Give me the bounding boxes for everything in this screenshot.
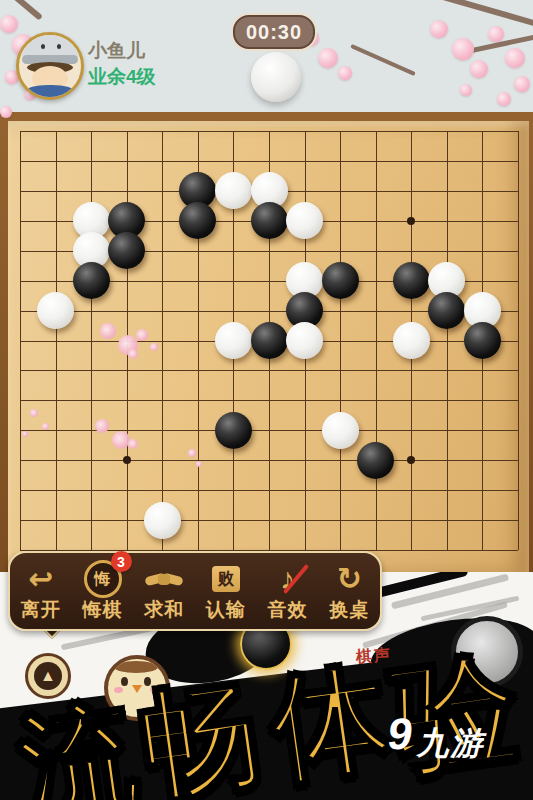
grid-line (340, 131, 341, 550)
blossom-petal-decoration (22, 431, 28, 437)
stone-white (37, 292, 74, 329)
blossom (0, 106, 12, 118)
undo-count-badge: 3 (111, 551, 132, 572)
stone-black (215, 412, 252, 449)
stone-white (144, 502, 181, 539)
blossom (460, 84, 472, 96)
undo-button-label: 悔棋 (83, 599, 123, 621)
sound-toggle-button[interactable]: ♪ 音效 (257, 553, 319, 629)
blossom-petal-decoration (188, 449, 196, 457)
blossom-petal-decoration (128, 349, 138, 359)
stone-white (215, 172, 252, 209)
go-game-screen: 小鱼儿 业余4级 00:30 ↩ 离开 悔 3 悔棋 (0, 0, 533, 800)
star-point (407, 456, 415, 464)
stone-white (393, 322, 430, 359)
blossom (497, 92, 511, 106)
stone-white (215, 322, 252, 359)
blossom (430, 20, 448, 38)
leave-button-label: 离开 (21, 599, 61, 621)
header-bar: 小鱼儿 业余4级 00:30 (0, 0, 533, 118)
star-point (123, 456, 131, 464)
avatar-eye (41, 44, 45, 49)
blossom (470, 60, 488, 78)
logo-text: 九游 (416, 722, 484, 766)
stone-white (322, 412, 359, 449)
grid-line (20, 430, 518, 431)
stone-black (393, 262, 430, 299)
stone-black (464, 322, 501, 359)
stone-white (286, 202, 323, 239)
stone-black (179, 202, 216, 239)
go-board-surface[interactable] (8, 121, 529, 572)
grid-line (20, 490, 518, 491)
resign-button[interactable]: 败 认输 (195, 553, 257, 629)
avatar-eye (57, 44, 61, 49)
grid-line (20, 400, 518, 401)
player-name: 小鱼儿 (88, 38, 145, 64)
request-draw-button-label: 求和 (144, 599, 184, 621)
surrender-flag-icon: 败 (212, 566, 240, 592)
blossom-petal-decoration (30, 409, 38, 417)
change-table-button[interactable]: ↻ 换桌 (318, 553, 380, 629)
move-timer: 00:30 (233, 15, 315, 49)
undo-button[interactable]: 悔 3 悔棋 (72, 553, 134, 629)
go-board-frame (0, 112, 533, 580)
grid-line (447, 131, 448, 550)
blossom-petal-decoration (42, 423, 49, 430)
grid-line (20, 460, 518, 461)
grid-line (20, 520, 518, 521)
grid-line (518, 131, 519, 550)
stone-black (428, 292, 465, 329)
blossom (514, 76, 530, 92)
sound-button-label: 音效 (268, 599, 308, 621)
blossom-petal-decoration (136, 329, 148, 341)
return-arrow-icon: ↩ (28, 564, 53, 594)
player-avatar[interactable] (16, 32, 84, 100)
stone-black (108, 232, 145, 269)
handshake-icon (144, 566, 184, 592)
nine-game-logo[interactable]: 9 九游 (388, 712, 484, 766)
blossom-petal-decoration (112, 431, 130, 449)
blossom-petal-decoration (196, 461, 202, 467)
blossom-petal-decoration (100, 323, 116, 339)
game-toolbar: ↩ 离开 悔 3 悔棋 求和 败 认输 (8, 551, 382, 631)
blossom (452, 38, 474, 60)
stone-black (251, 322, 288, 359)
player-rank: 业余4级 (88, 64, 156, 90)
stone-black (251, 202, 288, 239)
logo-mark: 9 (385, 712, 416, 756)
grid-line (376, 131, 377, 550)
blossom (488, 26, 504, 42)
stone-black (357, 442, 394, 479)
star-point (407, 217, 415, 225)
change-table-icon: ↻ (337, 564, 362, 594)
stone-white (286, 322, 323, 359)
blossom-petal-decoration (150, 343, 158, 351)
request-draw-button[interactable]: 求和 (133, 553, 195, 629)
blossom-petal-decoration (128, 439, 138, 449)
white-turn-indicator-stone (251, 52, 301, 102)
blossom (0, 15, 18, 33)
headline-char: 体 (261, 637, 400, 800)
blossom (318, 48, 338, 68)
blossom (505, 48, 525, 68)
resign-button-label: 认输 (206, 599, 246, 621)
headline-char: 流 (10, 677, 147, 800)
grid-line (20, 370, 518, 371)
blossom-petal-decoration (95, 419, 109, 433)
change-table-button-label: 换桌 (329, 599, 369, 621)
headline-char: 畅 (129, 652, 271, 800)
stone-black (73, 262, 110, 299)
stone-black (322, 262, 359, 299)
blossom-branch (350, 44, 416, 76)
leave-button[interactable]: ↩ 离开 (10, 553, 72, 629)
blossom (338, 66, 352, 80)
